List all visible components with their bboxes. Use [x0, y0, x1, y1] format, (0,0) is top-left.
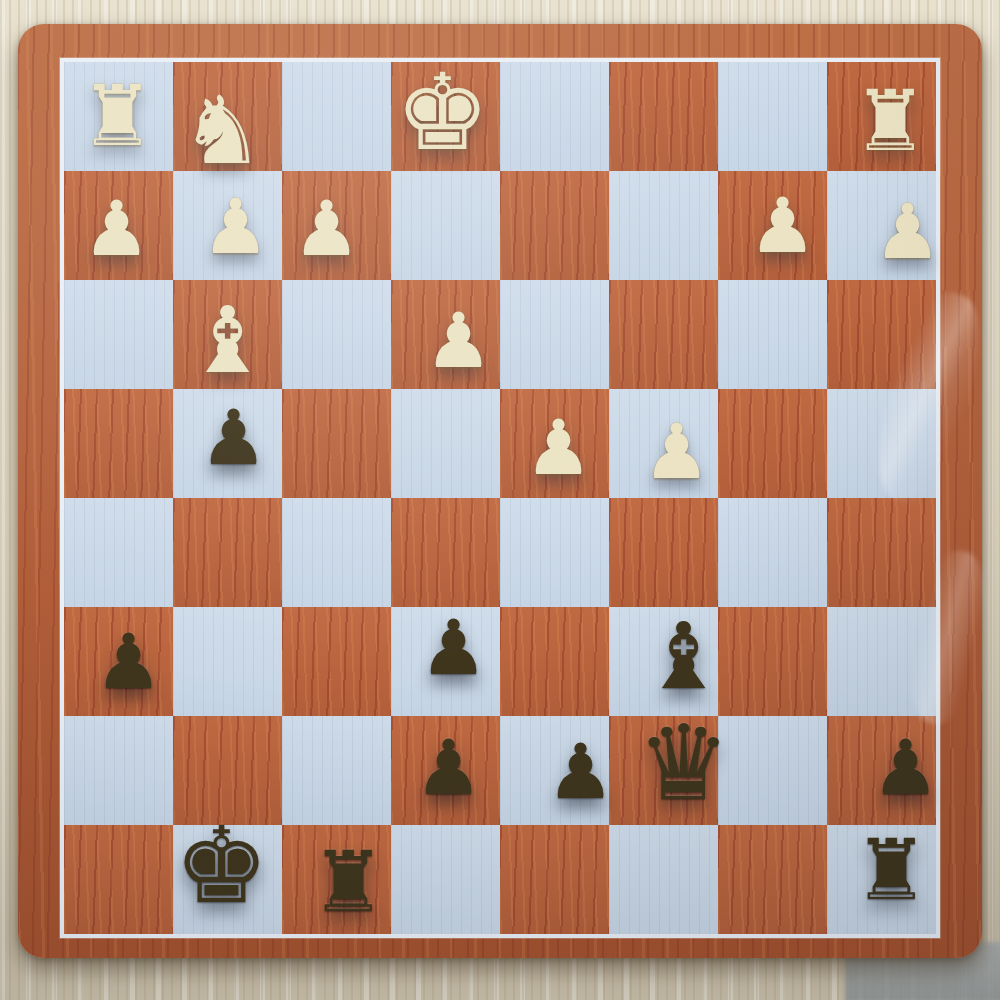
piece-white-king-d8[interactable]: ♚: [395, 60, 490, 166]
square-b1[interactable]: ♚: [173, 825, 282, 934]
square-g7[interactable]: ♟: [718, 171, 827, 280]
piece-white-pawn-g7[interactable]: ♟: [748, 188, 816, 264]
piece-black-pawn-a3[interactable]: ♟: [94, 624, 162, 700]
piece-black-pawn-d2[interactable]: ♟: [414, 730, 482, 806]
square-h6[interactable]: [827, 280, 936, 389]
square-c2[interactable]: [282, 716, 391, 825]
square-c3[interactable]: [282, 607, 391, 716]
square-h8[interactable]: ♜: [827, 62, 936, 171]
square-f6[interactable]: [609, 280, 718, 389]
square-a1[interactable]: [64, 825, 173, 934]
piece-white-rook-h8[interactable]: ♜: [853, 79, 928, 163]
piece-white-pawn-h7[interactable]: ♟: [873, 194, 941, 270]
square-h3[interactable]: [827, 607, 936, 716]
piece-white-bishop-b6[interactable]: ♝: [186, 295, 268, 387]
square-d8[interactable]: ♚: [391, 62, 500, 171]
piece-white-pawn-c7[interactable]: ♟: [292, 191, 360, 267]
piece-white-pawn-d6[interactable]: ♟: [424, 303, 492, 379]
square-f7[interactable]: [609, 171, 718, 280]
piece-black-rook-c1[interactable]: ♜: [311, 840, 386, 924]
square-a5[interactable]: [64, 389, 173, 498]
square-d7[interactable]: [391, 171, 500, 280]
square-d6[interactable]: ♟: [391, 280, 500, 389]
square-f1[interactable]: [609, 825, 718, 934]
piece-black-rook-h1[interactable]: ♜: [854, 828, 929, 912]
square-f4[interactable]: [609, 498, 718, 607]
square-f2[interactable]: ♛: [609, 716, 718, 825]
square-h1[interactable]: ♜: [827, 825, 936, 934]
square-e6[interactable]: [500, 280, 609, 389]
square-b3[interactable]: [173, 607, 282, 716]
square-e5[interactable]: ♟: [500, 389, 609, 498]
piece-white-pawn-a7[interactable]: ♟: [82, 191, 150, 267]
square-c6[interactable]: [282, 280, 391, 389]
square-b6[interactable]: ♝: [173, 280, 282, 389]
square-g1[interactable]: [718, 825, 827, 934]
square-g5[interactable]: [718, 389, 827, 498]
square-d1[interactable]: [391, 825, 500, 934]
square-e8[interactable]: [500, 62, 609, 171]
piece-black-pawn-d3[interactable]: ♟: [419, 610, 487, 686]
square-c4[interactable]: [282, 498, 391, 607]
square-g3[interactable]: [718, 607, 827, 716]
square-e1[interactable]: [500, 825, 609, 934]
square-h2[interactable]: ♟: [827, 716, 936, 825]
board-frame-line: ♜♞♚♜♟♟♟♟♟♝♟♟♟♟♟♟♝♟♟♛♟♚♜♜: [60, 58, 940, 938]
square-g4[interactable]: [718, 498, 827, 607]
square-a4[interactable]: [64, 498, 173, 607]
piece-black-bishop-f3[interactable]: ♝: [642, 611, 724, 703]
square-d2[interactable]: ♟: [391, 716, 500, 825]
piece-black-queen-f2[interactable]: ♛: [637, 711, 730, 815]
piece-black-pawn-e2[interactable]: ♟: [546, 734, 614, 810]
square-b7[interactable]: ♟: [173, 171, 282, 280]
square-f3[interactable]: ♝: [609, 607, 718, 716]
piece-white-rook-a8[interactable]: ♜: [80, 74, 155, 158]
square-d4[interactable]: [391, 498, 500, 607]
square-d3[interactable]: ♟: [391, 607, 500, 716]
square-h7[interactable]: ♟: [827, 171, 936, 280]
square-a6[interactable]: [64, 280, 173, 389]
square-g2[interactable]: [718, 716, 827, 825]
square-b8[interactable]: ♞: [173, 62, 282, 171]
piece-white-pawn-b7[interactable]: ♟: [201, 189, 269, 265]
piece-white-pawn-f5[interactable]: ♟: [642, 414, 710, 490]
square-a3[interactable]: ♟: [64, 607, 173, 716]
square-c8[interactable]: [282, 62, 391, 171]
square-e7[interactable]: [500, 171, 609, 280]
square-f5[interactable]: ♟: [609, 389, 718, 498]
square-e2[interactable]: ♟: [500, 716, 609, 825]
square-a2[interactable]: [64, 716, 173, 825]
square-c7[interactable]: ♟: [282, 171, 391, 280]
square-g8[interactable]: [718, 62, 827, 171]
square-h5[interactable]: [827, 389, 936, 498]
square-a8[interactable]: ♜: [64, 62, 173, 171]
square-g6[interactable]: [718, 280, 827, 389]
square-e4[interactable]: [500, 498, 609, 607]
square-f8[interactable]: [609, 62, 718, 171]
chess-board: ♜♞♚♜♟♟♟♟♟♝♟♟♟♟♟♟♝♟♟♛♟♚♜♜: [18, 24, 982, 958]
square-d5[interactable]: [391, 389, 500, 498]
piece-black-pawn-b5[interactable]: ♟: [199, 400, 267, 476]
square-c1[interactable]: ♜: [282, 825, 391, 934]
square-h4[interactable]: [827, 498, 936, 607]
square-e3[interactable]: [500, 607, 609, 716]
piece-black-king-b1[interactable]: ♚: [174, 813, 269, 919]
square-b5[interactable]: ♟: [173, 389, 282, 498]
piece-white-knight-b8[interactable]: ♞: [180, 84, 264, 178]
square-a7[interactable]: ♟: [64, 171, 173, 280]
square-c5[interactable]: [282, 389, 391, 498]
piece-black-pawn-h2[interactable]: ♟: [871, 730, 939, 806]
board-grid: ♜♞♚♜♟♟♟♟♟♝♟♟♟♟♟♟♝♟♟♛♟♚♜♜: [64, 62, 936, 934]
square-b4[interactable]: [173, 498, 282, 607]
piece-white-pawn-e5[interactable]: ♟: [524, 410, 592, 486]
